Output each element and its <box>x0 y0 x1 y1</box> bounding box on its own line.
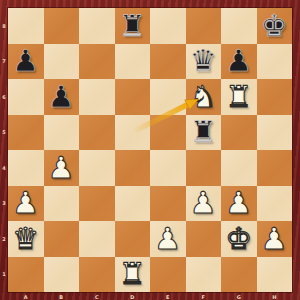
square-c4[interactable] <box>79 150 115 186</box>
piece-white-p-b4[interactable]: ♟ <box>44 150 80 186</box>
square-f6[interactable]: ♞ <box>186 79 222 115</box>
square-a1[interactable] <box>8 257 44 293</box>
square-e1[interactable] <box>150 257 186 293</box>
square-f2[interactable] <box>186 221 222 257</box>
file-label-c: C <box>79 294 115 300</box>
square-h8[interactable]: ♚ <box>257 8 293 44</box>
square-b2[interactable] <box>44 221 80 257</box>
rank-label-2: 2 <box>0 236 8 242</box>
square-h6[interactable] <box>257 79 293 115</box>
square-e5[interactable] <box>150 115 186 151</box>
square-f8[interactable] <box>186 8 222 44</box>
square-b8[interactable] <box>44 8 80 44</box>
square-a4[interactable] <box>8 150 44 186</box>
rank-label-8: 8 <box>0 23 8 29</box>
square-b6[interactable]: ♟ <box>44 79 80 115</box>
square-e6[interactable] <box>150 79 186 115</box>
square-d1[interactable]: ♜ <box>115 257 151 293</box>
square-e2[interactable]: ♟ <box>150 221 186 257</box>
square-f7[interactable]: ♛ <box>186 44 222 80</box>
square-c6[interactable] <box>79 79 115 115</box>
square-d2[interactable] <box>115 221 151 257</box>
file-label-e: E <box>150 294 186 300</box>
square-a2[interactable]: ♛ <box>8 221 44 257</box>
rank-label-4: 4 <box>0 165 8 171</box>
square-d3[interactable] <box>115 186 151 222</box>
rank-label-5: 5 <box>0 129 8 135</box>
piece-black-r-f5[interactable]: ♜ <box>186 115 222 151</box>
square-b4[interactable]: ♟ <box>44 150 80 186</box>
file-label-a: A <box>8 294 44 300</box>
square-b5[interactable] <box>44 115 80 151</box>
piece-white-k-g2[interactable]: ♚ <box>221 221 257 257</box>
rank-label-6: 6 <box>0 94 8 100</box>
square-d8[interactable]: ♜ <box>115 8 151 44</box>
square-g3[interactable]: ♟ <box>221 186 257 222</box>
square-c2[interactable] <box>79 221 115 257</box>
piece-white-q-a2[interactable]: ♛ <box>8 221 44 257</box>
piece-white-r-d1[interactable]: ♜ <box>115 257 151 293</box>
square-h4[interactable] <box>257 150 293 186</box>
file-label-g: G <box>221 294 257 300</box>
piece-white-p-f3[interactable]: ♟ <box>186 186 222 222</box>
chess-board-window: ♜♚♟♛♟♟♞♜♜♟♟♟♟♛♟♚♟♜ 87654321ABCDEFGH <box>0 0 300 300</box>
square-d4[interactable] <box>115 150 151 186</box>
square-c3[interactable] <box>79 186 115 222</box>
file-label-h: H <box>257 294 293 300</box>
piece-white-p-g3[interactable]: ♟ <box>221 186 257 222</box>
square-g5[interactable] <box>221 115 257 151</box>
chess-board: ♜♚♟♛♟♟♞♜♜♟♟♟♟♛♟♚♟♜ <box>8 8 292 292</box>
square-a7[interactable]: ♟ <box>8 44 44 80</box>
square-a3[interactable]: ♟ <box>8 186 44 222</box>
piece-white-r-g6[interactable]: ♜ <box>221 79 257 115</box>
piece-black-p-b6[interactable]: ♟ <box>44 79 80 115</box>
piece-white-p-e2[interactable]: ♟ <box>150 221 186 257</box>
piece-black-k-h8[interactable]: ♚ <box>257 8 293 44</box>
piece-black-q-f7[interactable]: ♛ <box>186 44 222 80</box>
square-h5[interactable] <box>257 115 293 151</box>
square-c5[interactable] <box>79 115 115 151</box>
square-g7[interactable]: ♟ <box>221 44 257 80</box>
square-d5[interactable] <box>115 115 151 151</box>
square-e8[interactable] <box>150 8 186 44</box>
square-d6[interactable] <box>115 79 151 115</box>
square-g1[interactable] <box>221 257 257 293</box>
file-label-d: D <box>115 294 151 300</box>
file-label-b: B <box>44 294 80 300</box>
square-h3[interactable] <box>257 186 293 222</box>
square-d7[interactable] <box>115 44 151 80</box>
square-c7[interactable] <box>79 44 115 80</box>
square-e3[interactable] <box>150 186 186 222</box>
square-c1[interactable] <box>79 257 115 293</box>
square-b3[interactable] <box>44 186 80 222</box>
square-g6[interactable]: ♜ <box>221 79 257 115</box>
square-g4[interactable] <box>221 150 257 186</box>
rank-label-3: 3 <box>0 200 8 206</box>
square-a5[interactable] <box>8 115 44 151</box>
square-f3[interactable]: ♟ <box>186 186 222 222</box>
square-h7[interactable] <box>257 44 293 80</box>
square-f1[interactable] <box>186 257 222 293</box>
piece-white-n-f6[interactable]: ♞ <box>186 79 222 115</box>
square-a8[interactable] <box>8 8 44 44</box>
square-h2[interactable]: ♟ <box>257 221 293 257</box>
piece-black-p-g7[interactable]: ♟ <box>221 44 257 80</box>
square-f5[interactable]: ♜ <box>186 115 222 151</box>
file-label-f: F <box>186 294 222 300</box>
rank-label-1: 1 <box>0 271 8 277</box>
square-b7[interactable] <box>44 44 80 80</box>
square-b1[interactable] <box>44 257 80 293</box>
piece-black-r-d8[interactable]: ♜ <box>115 8 151 44</box>
piece-white-p-h2[interactable]: ♟ <box>257 221 293 257</box>
square-e7[interactable] <box>150 44 186 80</box>
rank-label-7: 7 <box>0 58 8 64</box>
square-h1[interactable] <box>257 257 293 293</box>
square-g2[interactable]: ♚ <box>221 221 257 257</box>
square-f4[interactable] <box>186 150 222 186</box>
piece-white-p-a3[interactable]: ♟ <box>8 186 44 222</box>
square-g8[interactable] <box>221 8 257 44</box>
piece-black-p-a7[interactable]: ♟ <box>8 44 44 80</box>
square-a6[interactable] <box>8 79 44 115</box>
square-c8[interactable] <box>79 8 115 44</box>
square-e4[interactable] <box>150 150 186 186</box>
